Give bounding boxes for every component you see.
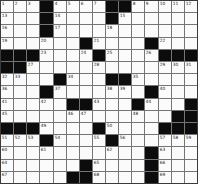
clue-number: 57 (159, 135, 165, 139)
cell-r5c6[interactable] (67, 50, 79, 61)
cell-r4c9[interactable] (106, 38, 118, 49)
clue-number: 19 (1, 38, 7, 42)
clue-number: 56 (119, 135, 125, 139)
cell-r15c5[interactable] (54, 172, 66, 183)
cell-r15c14[interactable] (172, 172, 184, 183)
block-r15c12 (145, 172, 157, 183)
cell-r13c1[interactable]: 60 (1, 147, 13, 158)
cell-r1c6[interactable]: 5 (67, 1, 79, 12)
cell-r12c3[interactable]: 53 (27, 135, 39, 146)
cell-r1c3[interactable]: 3 (27, 1, 39, 12)
cell-r8c1[interactable]: 36 (1, 86, 13, 97)
cell-r10c12[interactable] (145, 111, 157, 122)
cell-r3c11[interactable] (132, 25, 144, 36)
cell-r2c11[interactable] (132, 13, 144, 24)
block-r15c7 (80, 172, 92, 183)
cell-r2c10[interactable]: 15 (119, 13, 131, 24)
clue-number: 25 (106, 50, 112, 54)
cell-r3c6[interactable] (67, 25, 79, 36)
cell-r4c14[interactable] (172, 38, 184, 49)
clue-number: 2 (14, 1, 17, 5)
clue-number: 26 (145, 50, 151, 54)
cell-r9c12[interactable]: 44 (145, 99, 157, 110)
cell-r9c1[interactable]: 41 (1, 99, 13, 110)
cell-r13c2[interactable] (14, 147, 26, 158)
cell-r1c7[interactable]: 6 (80, 1, 92, 12)
cell-r12c2[interactable]: 52 (14, 135, 26, 146)
cell-r8c11[interactable] (132, 86, 144, 97)
cell-r6c8[interactable]: 28 (93, 62, 105, 73)
cell-r14c13[interactable]: 66 (159, 160, 171, 171)
cell-r15c3[interactable] (27, 172, 39, 183)
cell-r12c1[interactable]: 51 (1, 135, 13, 146)
block-r11c8 (93, 123, 105, 134)
clue-number: 39 (119, 86, 125, 90)
cell-r2c15[interactable] (185, 13, 197, 24)
cell-r3c10[interactable] (119, 25, 131, 36)
cell-r8c3[interactable] (27, 86, 39, 97)
cell-r14c9[interactable] (106, 160, 118, 171)
cell-r15c9[interactable] (106, 172, 118, 183)
clue-number: 60 (1, 147, 7, 151)
cell-r4c5[interactable] (54, 38, 66, 49)
cell-r10c10[interactable] (119, 111, 131, 122)
cell-r3c13[interactable] (159, 25, 171, 36)
clue-number: 16 (1, 25, 7, 29)
cell-r5c5[interactable] (54, 50, 66, 61)
cell-r12c5[interactable]: 54 (54, 135, 66, 146)
clue-number: 28 (93, 62, 99, 66)
clue-number: 69 (159, 172, 165, 176)
clue-number: 29 (159, 62, 165, 66)
cell-r10c2[interactable] (14, 111, 26, 122)
cell-r3c15[interactable] (185, 25, 197, 36)
cell-r2c13[interactable] (159, 13, 171, 24)
clue-number: 40 (159, 86, 165, 90)
clue-number: 68 (93, 172, 99, 176)
block-r2c4 (40, 13, 52, 24)
cell-r4c4[interactable]: 20 (40, 38, 52, 49)
clue-number: 45 (1, 111, 7, 115)
cell-r13c8[interactable] (93, 147, 105, 158)
clue-number: 18 (106, 25, 112, 29)
cell-r13c9[interactable]: 62 (106, 147, 118, 158)
clue-number: 62 (106, 147, 112, 151)
cell-r6c14[interactable]: 30 (172, 62, 184, 73)
clue-number: 53 (27, 135, 33, 139)
cell-r6c4[interactable] (40, 62, 52, 73)
cell-r3c8[interactable] (93, 25, 105, 36)
clue-number: 41 (1, 99, 7, 103)
clue-number: 66 (159, 160, 165, 164)
cell-r3c2[interactable] (14, 25, 26, 36)
cell-r4c1[interactable]: 19 (1, 38, 13, 49)
cell-r4c2[interactable] (14, 38, 26, 49)
cell-r7c15[interactable] (185, 74, 197, 85)
clue-number: 61 (40, 147, 46, 151)
block-r5c13 (159, 50, 171, 61)
cell-r6c3[interactable]: 27 (27, 62, 39, 73)
cell-r10c6[interactable]: 46 (67, 111, 79, 122)
cell-r2c6[interactable] (67, 13, 79, 24)
cell-r13c4[interactable]: 61 (40, 147, 52, 158)
cell-r1c15[interactable]: 12 (185, 1, 197, 12)
clue-number: 36 (1, 86, 7, 90)
cell-r12c8[interactable]: 55 (93, 135, 105, 146)
clue-number: 11 (172, 1, 178, 5)
cell-r4c8[interactable]: 21 (93, 38, 105, 49)
block-r5c3 (27, 50, 39, 61)
cell-r11c11[interactable] (132, 123, 144, 134)
cell-r3c3[interactable] (27, 25, 39, 36)
cell-r9c8[interactable]: 43 (93, 99, 105, 110)
cell-r4c15[interactable] (185, 38, 197, 49)
cell-r11c5[interactable] (54, 123, 66, 134)
cell-r14c14[interactable] (172, 160, 184, 171)
block-r11c14 (172, 123, 184, 134)
cell-r11c6[interactable] (67, 123, 79, 134)
cell-r15c4[interactable] (40, 172, 52, 183)
cell-r9c9[interactable] (106, 99, 118, 110)
cell-r14c10[interactable] (119, 160, 131, 171)
cell-r7c13[interactable] (159, 74, 171, 85)
block-r3c4 (40, 25, 52, 36)
cell-r6c13[interactable]: 29 (159, 62, 171, 73)
block-r1c9 (106, 1, 118, 12)
clue-number: 59 (185, 135, 191, 139)
cell-r15c2[interactable] (14, 172, 26, 183)
cell-r14c3[interactable] (27, 160, 39, 171)
cell-r9c5[interactable] (54, 99, 66, 110)
cell-r7c2[interactable]: 33 (14, 74, 26, 85)
cell-r3c14[interactable] (172, 25, 184, 36)
cell-r6c5[interactable] (54, 62, 66, 73)
cell-r6c10[interactable] (119, 62, 131, 73)
clue-number: 43 (93, 99, 99, 103)
block-r14c7 (80, 160, 92, 171)
cell-r14c8[interactable]: 65 (93, 160, 105, 171)
cell-r7c3[interactable] (27, 74, 39, 85)
cell-r15c8[interactable]: 68 (93, 172, 105, 183)
block-r12c9 (106, 135, 118, 146)
block-r1c10 (119, 1, 131, 12)
clue-number: 58 (172, 135, 178, 139)
clue-number: 37 (54, 86, 60, 90)
block-r2c9 (106, 13, 118, 24)
cell-r12c7[interactable] (80, 135, 92, 146)
cell-r15c13[interactable]: 69 (159, 172, 171, 183)
cell-r13c14[interactable] (172, 147, 184, 158)
clue-number: 27 (27, 62, 33, 66)
clue-number: 50 (106, 123, 112, 127)
cell-r12c10[interactable]: 56 (119, 135, 131, 146)
block-r9c15 (185, 99, 197, 110)
clue-number: 52 (14, 135, 20, 139)
cell-r5c11[interactable] (132, 50, 144, 61)
cell-r9c3[interactable] (27, 99, 39, 110)
clue-number: 3 (27, 1, 30, 5)
cell-r13c6[interactable] (67, 147, 79, 158)
clue-number: 34 (67, 74, 73, 78)
cell-r10c4[interactable] (40, 111, 52, 122)
cell-r5c12[interactable]: 26 (145, 50, 157, 61)
cell-r14c15[interactable] (185, 160, 197, 171)
cell-r2c5[interactable]: 14 (54, 13, 66, 24)
cell-r13c3[interactable] (27, 147, 39, 158)
block-r8c12 (145, 86, 157, 97)
cell-r2c1[interactable]: 13 (1, 13, 13, 24)
cell-r1c13[interactable]: 10 (159, 1, 171, 12)
cell-r8c2[interactable] (14, 86, 26, 97)
cell-r14c4[interactable] (40, 160, 52, 171)
cell-r3c12[interactable] (145, 25, 157, 36)
cell-r12c6[interactable] (67, 135, 79, 146)
cell-r13c5[interactable] (54, 147, 66, 158)
cell-r7c11[interactable]: 35 (132, 74, 144, 85)
block-r15c6 (67, 172, 79, 183)
cell-r2c2[interactable] (14, 13, 26, 24)
block-r9c11 (132, 99, 144, 110)
cell-r7c7[interactable] (80, 74, 92, 85)
clue-number: 12 (185, 1, 191, 5)
cell-r10c8[interactable] (93, 111, 105, 122)
cell-r8c5[interactable]: 37 (54, 86, 66, 97)
cell-r3c5[interactable]: 17 (54, 25, 66, 36)
cell-r13c13[interactable]: 63 (159, 147, 171, 158)
cell-r11c12[interactable] (145, 123, 157, 134)
clue-number: 63 (159, 147, 165, 151)
cell-r9c14[interactable] (172, 99, 184, 110)
cell-r9c4[interactable]: 42 (40, 99, 52, 110)
cell-r15c1[interactable]: 67 (1, 172, 13, 183)
cell-r12c12[interactable] (145, 135, 157, 146)
block-r5c8 (93, 50, 105, 61)
cell-r6c11[interactable] (132, 62, 144, 73)
cell-r14c2[interactable] (14, 160, 26, 171)
clue-number: 4 (54, 1, 57, 5)
cell-r4c6[interactable] (67, 38, 79, 49)
block-r13c12 (145, 147, 157, 158)
block-r11c13 (159, 123, 171, 134)
cell-r11c10[interactable] (119, 123, 131, 134)
block-r7c5 (54, 74, 66, 85)
cell-r8c7[interactable] (80, 86, 92, 97)
cell-r10c11[interactable]: 48 (132, 111, 144, 122)
block-r6c1 (1, 62, 13, 73)
clue-number: 44 (145, 99, 151, 103)
cell-r2c14[interactable] (172, 13, 184, 24)
cell-r8c14[interactable] (172, 86, 184, 97)
clue-number: 33 (14, 74, 20, 78)
cell-r12c14[interactable]: 58 (172, 135, 184, 146)
cell-r14c5[interactable] (54, 160, 66, 171)
cell-r8c10[interactable]: 39 (119, 86, 131, 97)
cell-r10c9[interactable] (106, 111, 118, 122)
crossword-board: 1234567891011121314151617181920212223242… (0, 0, 198, 184)
cell-r9c13[interactable] (159, 99, 171, 110)
cell-r7c12[interactable] (145, 74, 157, 85)
cell-r7c1[interactable]: 32 (1, 74, 13, 85)
cell-r6c9[interactable] (106, 62, 118, 73)
cell-r2c7[interactable] (80, 13, 92, 24)
clue-number: 15 (119, 13, 125, 17)
cell-r15c10[interactable] (119, 172, 131, 183)
block-r9c6 (67, 99, 79, 110)
clue-number: 21 (93, 38, 99, 42)
cell-r6c12[interactable] (145, 62, 157, 73)
block-r5c2 (14, 50, 26, 61)
cell-r7c4[interactable] (40, 74, 52, 85)
cell-r1c2[interactable]: 2 (14, 1, 26, 12)
clue-number: 38 (106, 86, 112, 90)
clue-number: 65 (93, 160, 99, 164)
clue-number: 8 (132, 1, 135, 5)
cell-r14c11[interactable] (132, 160, 144, 171)
cell-r4c10[interactable] (119, 38, 131, 49)
cell-r5c10[interactable] (119, 50, 131, 61)
clue-number: 67 (1, 172, 7, 176)
cell-r1c8[interactable]: 7 (93, 1, 105, 12)
block-r5c1 (1, 50, 13, 61)
clue-number: 24 (80, 50, 86, 54)
clue-number: 46 (67, 111, 73, 115)
cell-r4c11[interactable] (132, 38, 144, 49)
cell-r7c8[interactable] (93, 74, 105, 85)
cell-r5c7[interactable]: 24 (80, 50, 92, 61)
clue-number: 6 (80, 1, 83, 5)
cell-r1c11[interactable]: 8 (132, 1, 144, 12)
cell-r9c2[interactable] (14, 99, 26, 110)
block-r11c1 (1, 123, 13, 134)
cell-r10c3[interactable] (27, 111, 39, 122)
block-r7c10 (119, 74, 131, 85)
cell-r2c12[interactable] (145, 13, 157, 24)
block-r5c15 (185, 50, 197, 61)
clue-number: 14 (54, 13, 60, 17)
cell-r6c15[interactable]: 31 (185, 62, 197, 73)
cell-r9c10[interactable] (119, 99, 131, 110)
cell-r1c14[interactable]: 11 (172, 1, 184, 12)
cell-r5c4[interactable]: 23 (40, 50, 52, 61)
cell-r10c13[interactable] (159, 111, 171, 122)
cell-r14c1[interactable]: 64 (1, 160, 13, 171)
clue-number: 48 (132, 111, 138, 115)
cell-r12c11[interactable] (132, 135, 144, 146)
cell-r4c13[interactable]: 22 (159, 38, 171, 49)
clue-number: 23 (40, 50, 46, 54)
cell-r8c9[interactable]: 38 (106, 86, 118, 97)
cell-r13c10[interactable] (119, 147, 131, 158)
cell-r14c6[interactable] (67, 160, 79, 171)
block-r12c4 (40, 135, 52, 146)
cell-r3c7[interactable] (80, 25, 92, 36)
block-r4c12 (145, 38, 157, 49)
clue-number: 49 (40, 123, 46, 127)
clue-number: 5 (67, 1, 70, 5)
clue-number: 47 (80, 111, 86, 115)
cell-r8c13[interactable]: 40 (159, 86, 171, 97)
clue-number: 54 (54, 135, 60, 139)
cell-r3c1[interactable]: 16 (1, 25, 13, 36)
cell-r8c15[interactable] (185, 86, 197, 97)
cell-r11c9[interactable]: 50 (106, 123, 118, 134)
cell-r2c3[interactable] (27, 13, 39, 24)
clue-number: 51 (1, 135, 7, 139)
block-r11c3 (27, 123, 39, 134)
cell-r1c12[interactable]: 9 (145, 1, 157, 12)
cell-r6c6[interactable] (67, 62, 79, 73)
clue-number: 31 (185, 62, 191, 66)
block-r1c4 (40, 1, 52, 12)
clue-number: 64 (1, 160, 7, 164)
cell-r8c6[interactable] (67, 86, 79, 97)
clue-number: 13 (1, 13, 7, 17)
clue-number: 9 (145, 1, 148, 5)
block-r7c9 (106, 74, 118, 85)
cell-r4c3[interactable] (27, 38, 39, 49)
cell-r15c15[interactable] (185, 172, 197, 183)
block-r6c2 (14, 62, 26, 73)
cell-r10c7[interactable]: 47 (80, 111, 92, 122)
block-r14c12 (145, 160, 157, 171)
cell-r11c4[interactable]: 49 (40, 123, 52, 134)
cell-r12c13[interactable]: 57 (159, 135, 171, 146)
clue-number: 10 (159, 1, 165, 5)
block-r10c14 (172, 111, 184, 122)
block-r9c7 (80, 99, 92, 110)
clue-number: 7 (93, 1, 96, 5)
cell-r8c8[interactable] (93, 86, 105, 97)
cell-r7c14[interactable] (172, 74, 184, 85)
clue-number: 32 (1, 74, 7, 78)
block-r8c4 (40, 86, 52, 97)
block-r4c7 (80, 38, 92, 49)
cell-r10c1[interactable]: 45 (1, 111, 13, 122)
cell-r5c9[interactable]: 25 (106, 50, 118, 61)
cell-r10c5[interactable] (54, 111, 66, 122)
clue-number: 55 (93, 135, 99, 139)
clue-number: 22 (159, 38, 165, 42)
cell-r12c15[interactable]: 59 (185, 135, 197, 146)
cell-r13c11[interactable] (132, 147, 144, 158)
cell-r2c8[interactable] (93, 13, 105, 24)
cell-r7c6[interactable]: 34 (67, 74, 79, 85)
cell-r13c7[interactable] (80, 147, 92, 158)
block-r11c2 (14, 123, 26, 134)
block-r10c15 (185, 111, 197, 122)
cell-r11c7[interactable] (80, 123, 92, 134)
clue-number: 20 (40, 38, 46, 42)
cell-r3c9[interactable]: 18 (106, 25, 118, 36)
block-r5c14 (172, 50, 184, 61)
cell-r15c11[interactable] (132, 172, 144, 183)
cell-r6c7[interactable] (80, 62, 92, 73)
clue-number: 42 (40, 99, 46, 103)
cell-r13c15[interactable] (185, 147, 197, 158)
clue-number: 17 (54, 25, 60, 29)
clue-number: 35 (132, 74, 138, 78)
clue-number: 1 (1, 1, 4, 5)
cell-r1c5[interactable]: 4 (54, 1, 66, 12)
clue-number: 30 (172, 62, 178, 66)
cell-r1c1[interactable]: 1 (1, 1, 13, 12)
block-r11c15 (185, 123, 197, 134)
